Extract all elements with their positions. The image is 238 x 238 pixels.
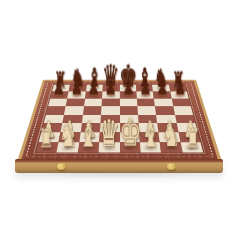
piece-white-b-f1: ♝ xyxy=(141,119,160,151)
square-h1: ♜ xyxy=(180,142,203,152)
square-e7: ♟ xyxy=(119,91,136,98)
piece-black-p-g7: ♟ xyxy=(157,78,168,98)
square-f7: ♟ xyxy=(136,91,154,98)
piece-black-p-b7: ♟ xyxy=(70,78,81,98)
square-b6 xyxy=(65,98,84,106)
square-f1: ♝ xyxy=(139,142,161,152)
square-e1: ♚ xyxy=(119,142,140,152)
piece-black-p-d7: ♟ xyxy=(105,78,116,98)
square-d7: ♟ xyxy=(102,91,119,98)
piece-white-q-d1: ♛ xyxy=(98,114,120,151)
square-h6 xyxy=(171,98,190,106)
board-frame: ♜♞♝♛♚♝♞♜♟♟♟♟♟♟♟♟♟♟♟♟♟♟♟♟♜♞♝♛♚♝♞♜ xyxy=(17,79,222,160)
piece-white-n-g1: ♞ xyxy=(162,120,180,151)
square-h5 xyxy=(173,106,193,114)
square-g1: ♞ xyxy=(159,142,181,152)
piece-white-k-e1: ♚ xyxy=(118,113,141,151)
square-a6 xyxy=(48,98,67,106)
piece-white-b-c1: ♝ xyxy=(78,119,97,151)
square-e6 xyxy=(119,98,137,106)
square-g5 xyxy=(155,106,174,114)
square-a1: ♜ xyxy=(35,142,58,152)
piece-black-p-h7: ♟ xyxy=(174,78,185,98)
square-b5 xyxy=(64,106,83,114)
product-photo: ♜♞♝♛♚♝♞♜♟♟♟♟♟♟♟♟♟♟♟♟♟♟♟♟♜♞♝♛♚♝♞♜ xyxy=(0,0,238,238)
chessboard: ♜♞♝♛♚♝♞♜♟♟♟♟♟♟♟♟♟♟♟♟♟♟♟♟♜♞♝♛♚♝♞♜ xyxy=(35,84,202,152)
square-g6 xyxy=(154,98,173,106)
perspective-scene: ♜♞♝♛♚♝♞♜♟♟♟♟♟♟♟♟♟♟♟♟♟♟♟♟♜♞♝♛♚♝♞♜ xyxy=(0,0,238,238)
square-d6 xyxy=(101,98,119,106)
square-c6 xyxy=(83,98,101,106)
piece-white-r-h1: ♜ xyxy=(184,125,200,152)
right-clasp xyxy=(167,163,176,170)
left-clasp xyxy=(57,163,66,170)
piece-white-n-b1: ♞ xyxy=(58,120,76,151)
square-d1: ♛ xyxy=(98,142,119,152)
square-a7: ♟ xyxy=(50,91,69,98)
piece-white-r-a1: ♜ xyxy=(38,125,54,152)
front-edge xyxy=(15,159,223,173)
square-c7: ♟ xyxy=(84,91,102,98)
square-c1: ♝ xyxy=(77,142,99,152)
square-b1: ♞ xyxy=(56,142,78,152)
square-h7: ♟ xyxy=(170,91,189,98)
piece-black-p-f7: ♟ xyxy=(139,78,150,98)
piece-black-p-c7: ♟ xyxy=(87,78,98,98)
piece-black-p-e7: ♟ xyxy=(122,78,133,98)
piece-black-p-a7: ♟ xyxy=(53,78,64,98)
square-a5 xyxy=(46,106,66,114)
square-f6 xyxy=(136,98,154,106)
square-g7: ♟ xyxy=(153,91,171,98)
square-b7: ♟ xyxy=(67,91,85,98)
